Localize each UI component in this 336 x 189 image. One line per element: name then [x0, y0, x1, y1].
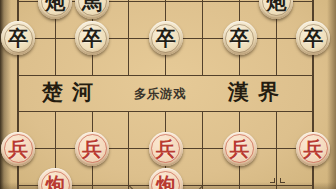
piece-red-cannon[interactable]: 炮 [149, 168, 183, 189]
piece-red-soldier[interactable]: 兵 [223, 132, 257, 166]
piece-black-soldier[interactable]: 卒 [149, 21, 183, 55]
xiangqi-board[interactable]: 楚河 多乐游戏 漢界 炮馬炮卒卒卒卒卒兵兵兵兵兵炮炮 [0, 0, 336, 189]
pieces-layer: 炮馬炮卒卒卒卒卒兵兵兵兵兵炮炮 [0, 0, 332, 189]
piece-black-soldier[interactable]: 卒 [296, 21, 330, 55]
piece-black-horse[interactable]: 馬 [75, 0, 109, 19]
piece-red-soldier[interactable]: 兵 [149, 132, 183, 166]
piece-black-soldier[interactable]: 卒 [223, 21, 257, 55]
piece-black-soldier[interactable]: 卒 [1, 21, 35, 55]
piece-black-soldier[interactable]: 卒 [75, 21, 109, 55]
piece-black-cannon[interactable]: 炮 [38, 0, 72, 19]
piece-red-soldier[interactable]: 兵 [75, 132, 109, 166]
piece-black-cannon[interactable]: 炮 [259, 0, 293, 19]
piece-red-soldier[interactable]: 兵 [1, 132, 35, 166]
piece-red-soldier[interactable]: 兵 [296, 132, 330, 166]
piece-red-cannon[interactable]: 炮 [38, 168, 72, 189]
